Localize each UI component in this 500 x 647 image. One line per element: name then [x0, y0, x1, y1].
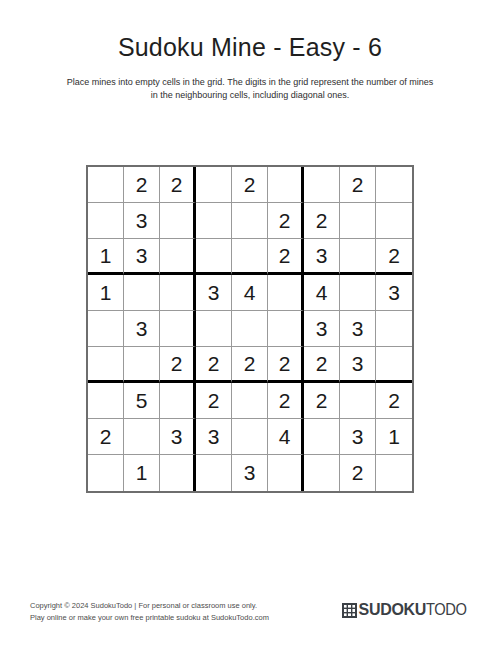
board-container: 2222322132321344333322222352222233431132: [0, 165, 500, 493]
copyright-text: Copyright © 2024 SudokuTodo | For person…: [30, 600, 269, 623]
cell-r4c1[interactable]: 1: [88, 275, 124, 311]
cell-r9c8[interactable]: 2: [340, 455, 376, 491]
instructions-line-2: in the neighbouring cells, including dia…: [40, 89, 460, 102]
cell-r2c9[interactable]: [376, 203, 412, 239]
cell-r7c4[interactable]: 2: [196, 383, 232, 419]
cell-r2c1[interactable]: [88, 203, 124, 239]
page-title: Sudoku Mine - Easy - 6: [0, 0, 500, 62]
cell-r5c5[interactable]: [232, 311, 268, 347]
cell-r9c2[interactable]: 1: [124, 455, 160, 491]
cell-r2c3[interactable]: [160, 203, 196, 239]
cell-r8c7[interactable]: [304, 419, 340, 455]
cell-r5c4[interactable]: [196, 311, 232, 347]
cell-r3c9[interactable]: 2: [376, 239, 412, 275]
cell-r8c1[interactable]: 2: [88, 419, 124, 455]
cell-r3c2[interactable]: 3: [124, 239, 160, 275]
cell-r4c8[interactable]: [340, 275, 376, 311]
cell-r8c8[interactable]: 3: [340, 419, 376, 455]
cell-r7c6[interactable]: 2: [268, 383, 304, 419]
cell-r3c1[interactable]: 1: [88, 239, 124, 275]
copyright-line-1: Copyright © 2024 SudokuTodo | For person…: [30, 600, 269, 612]
cell-r1c6[interactable]: [268, 167, 304, 203]
cell-r9c1[interactable]: [88, 455, 124, 491]
cell-r1c9[interactable]: [376, 167, 412, 203]
printable-puzzle-page: Sudoku Mine - Easy - 6 Place mines into …: [0, 0, 500, 647]
cell-r6c2[interactable]: [124, 347, 160, 383]
cell-r7c5[interactable]: [232, 383, 268, 419]
cell-r6c3[interactable]: 2: [160, 347, 196, 383]
cell-r3c8[interactable]: [340, 239, 376, 275]
cell-r7c3[interactable]: [160, 383, 196, 419]
cell-r2c4[interactable]: [196, 203, 232, 239]
cell-r6c9[interactable]: [376, 347, 412, 383]
sudoku-grid: 2222322132321344333322222352222233431132: [86, 165, 414, 493]
cell-r7c7[interactable]: 2: [304, 383, 340, 419]
cell-r3c5[interactable]: [232, 239, 268, 275]
cell-r1c8[interactable]: 2: [340, 167, 376, 203]
cell-r5c7[interactable]: 3: [304, 311, 340, 347]
cell-r6c8[interactable]: 3: [340, 347, 376, 383]
cell-r6c1[interactable]: [88, 347, 124, 383]
cell-r1c2[interactable]: 2: [124, 167, 160, 203]
sudoku-grid-icon: [342, 603, 359, 618]
cell-r4c3[interactable]: [160, 275, 196, 311]
cell-r6c6[interactable]: 2: [268, 347, 304, 383]
copyright-line-2: Play online or make your own free printa…: [30, 612, 269, 624]
cell-r1c4[interactable]: [196, 167, 232, 203]
cell-r5c8[interactable]: 3: [340, 311, 376, 347]
cell-r7c2[interactable]: 5: [124, 383, 160, 419]
cell-r5c1[interactable]: [88, 311, 124, 347]
cell-r1c5[interactable]: 2: [232, 167, 268, 203]
cell-r4c9[interactable]: 3: [376, 275, 412, 311]
cell-r3c4[interactable]: [196, 239, 232, 275]
cell-r7c9[interactable]: 2: [376, 383, 412, 419]
cell-r5c9[interactable]: [376, 311, 412, 347]
cell-r3c3[interactable]: [160, 239, 196, 275]
cell-r2c2[interactable]: 3: [124, 203, 160, 239]
cell-r4c7[interactable]: 4: [304, 275, 340, 311]
cell-r3c7[interactable]: 3: [304, 239, 340, 275]
cell-r6c7[interactable]: 2: [304, 347, 340, 383]
page-footer: Copyright © 2024 SudokuTodo | For person…: [30, 600, 470, 623]
cell-r5c2[interactable]: 3: [124, 311, 160, 347]
cell-r4c2[interactable]: [124, 275, 160, 311]
cell-r6c4[interactable]: 2: [196, 347, 232, 383]
cell-r4c5[interactable]: 4: [232, 275, 268, 311]
logo-text-sudoku: SUDOKU: [359, 601, 427, 619]
cell-r8c9[interactable]: 1: [376, 419, 412, 455]
cell-r8c3[interactable]: 3: [160, 419, 196, 455]
cell-r2c7[interactable]: 2: [304, 203, 340, 239]
cell-r8c5[interactable]: [232, 419, 268, 455]
cell-r5c6[interactable]: [268, 311, 304, 347]
sudokutodo-logo: SUDOKU TODO: [342, 601, 470, 619]
cell-r2c8[interactable]: [340, 203, 376, 239]
puzzle-instructions: Place mines into empty cells in the grid…: [40, 76, 460, 102]
cell-r7c8[interactable]: [340, 383, 376, 419]
cell-r1c3[interactable]: 2: [160, 167, 196, 203]
cell-r9c9[interactable]: [376, 455, 412, 491]
cell-r4c4[interactable]: 3: [196, 275, 232, 311]
cell-r9c7[interactable]: [304, 455, 340, 491]
logo-text-todo: TODO: [426, 601, 466, 619]
cell-r6c5[interactable]: 2: [232, 347, 268, 383]
cell-r7c1[interactable]: [88, 383, 124, 419]
cell-r3c6[interactable]: 2: [268, 239, 304, 275]
cell-r8c4[interactable]: 3: [196, 419, 232, 455]
cell-r2c5[interactable]: [232, 203, 268, 239]
cell-r1c7[interactable]: [304, 167, 340, 203]
cell-r4c6[interactable]: [268, 275, 304, 311]
cell-r8c2[interactable]: [124, 419, 160, 455]
cell-r5c3[interactable]: [160, 311, 196, 347]
cell-r8c6[interactable]: 4: [268, 419, 304, 455]
cell-r9c5[interactable]: 3: [232, 455, 268, 491]
cell-r9c4[interactable]: [196, 455, 232, 491]
instructions-line-1: Place mines into empty cells in the grid…: [40, 76, 460, 89]
cell-r1c1[interactable]: [88, 167, 124, 203]
cell-r9c3[interactable]: [160, 455, 196, 491]
cell-r9c6[interactable]: [268, 455, 304, 491]
cell-r2c6[interactable]: 2: [268, 203, 304, 239]
